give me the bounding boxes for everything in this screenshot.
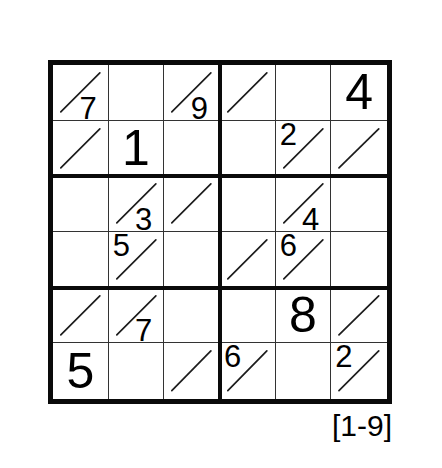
- cell-r5c6[interactable]: [331, 288, 387, 344]
- cell-r6c2[interactable]: [109, 343, 165, 399]
- cell-r3c4[interactable]: [220, 176, 276, 232]
- cell-r6c3[interactable]: [164, 343, 220, 399]
- given-digit-lower: 7: [79, 93, 96, 124]
- given-digit-lower: 3: [135, 204, 152, 235]
- given-digit-upper: 2: [335, 341, 352, 372]
- slash-icon: [164, 343, 219, 399]
- given-digit-upper: 6: [224, 341, 241, 372]
- given-digit-upper: 6: [280, 230, 297, 261]
- cell-r2c3[interactable]: [164, 121, 220, 177]
- box-border-horizontal-1: [53, 174, 387, 178]
- cell-r3c2[interactable]: 3: [109, 176, 165, 232]
- cell-r5c5[interactable]: 8: [276, 288, 332, 344]
- cell-r2c2[interactable]: 1: [109, 121, 165, 177]
- given-digit: 1: [109, 121, 164, 176]
- cell-r1c5[interactable]: [276, 65, 332, 121]
- cell-r6c6[interactable]: 2: [331, 343, 387, 399]
- slash-icon: [331, 121, 387, 176]
- slash-icon: [220, 232, 275, 287]
- cell-r1c3[interactable]: 9: [164, 65, 220, 121]
- cell-r1c1[interactable]: 7: [53, 65, 109, 121]
- cell-r2c4[interactable]: [220, 121, 276, 177]
- cell-r4c6[interactable]: [331, 232, 387, 288]
- given-digit-lower: 7: [135, 315, 152, 346]
- cell-r4c4[interactable]: [220, 232, 276, 288]
- cell-r3c5[interactable]: 4: [276, 176, 332, 232]
- cell-r6c1[interactable]: 5: [53, 343, 109, 399]
- cell-r2c1[interactable]: [53, 121, 109, 177]
- given-digit-upper: 5: [113, 230, 130, 261]
- box-border-horizontal-2: [53, 286, 387, 290]
- cell-r1c4[interactable]: [220, 65, 276, 121]
- cell-r4c3[interactable]: [164, 232, 220, 288]
- board: 79412345678562: [48, 60, 392, 404]
- cell-r5c4[interactable]: [220, 288, 276, 344]
- slash-icon: [53, 121, 108, 176]
- cell-r4c1[interactable]: [53, 232, 109, 288]
- cell-r2c6[interactable]: [331, 121, 387, 177]
- given-digit: 5: [53, 343, 108, 399]
- cell-r4c5[interactable]: 6: [276, 232, 332, 288]
- cell-r3c6[interactable]: [331, 176, 387, 232]
- slash-icon: [164, 176, 219, 231]
- given-digit-lower: 4: [302, 204, 319, 235]
- slash-icon: [53, 288, 108, 343]
- cell-r3c3[interactable]: [164, 176, 220, 232]
- cell-r5c1[interactable]: [53, 288, 109, 344]
- cell-r6c4[interactable]: 6: [220, 343, 276, 399]
- cell-r1c2[interactable]: [109, 65, 165, 121]
- box-border-vertical: [218, 65, 222, 399]
- digit-range-label: [1-9]: [332, 408, 392, 444]
- given-digit: 8: [276, 288, 331, 343]
- slash-icon: [331, 288, 387, 343]
- slash-icon: [220, 65, 275, 120]
- given-digit-lower: 9: [191, 93, 208, 124]
- cell-r6c5[interactable]: [276, 343, 332, 399]
- cell-r3c1[interactable]: [53, 176, 109, 232]
- puzzle-page: 79412345678562 [1-9]: [0, 0, 442, 468]
- cell-r2c5[interactable]: 2: [276, 121, 332, 177]
- given-digit: 4: [331, 65, 387, 120]
- cell-r4c2[interactable]: 5: [109, 232, 165, 288]
- given-digit-upper: 2: [280, 119, 297, 150]
- cell-r5c3[interactable]: [164, 288, 220, 344]
- cell-r5c2[interactable]: 7: [109, 288, 165, 344]
- cell-r1c6[interactable]: 4: [331, 65, 387, 121]
